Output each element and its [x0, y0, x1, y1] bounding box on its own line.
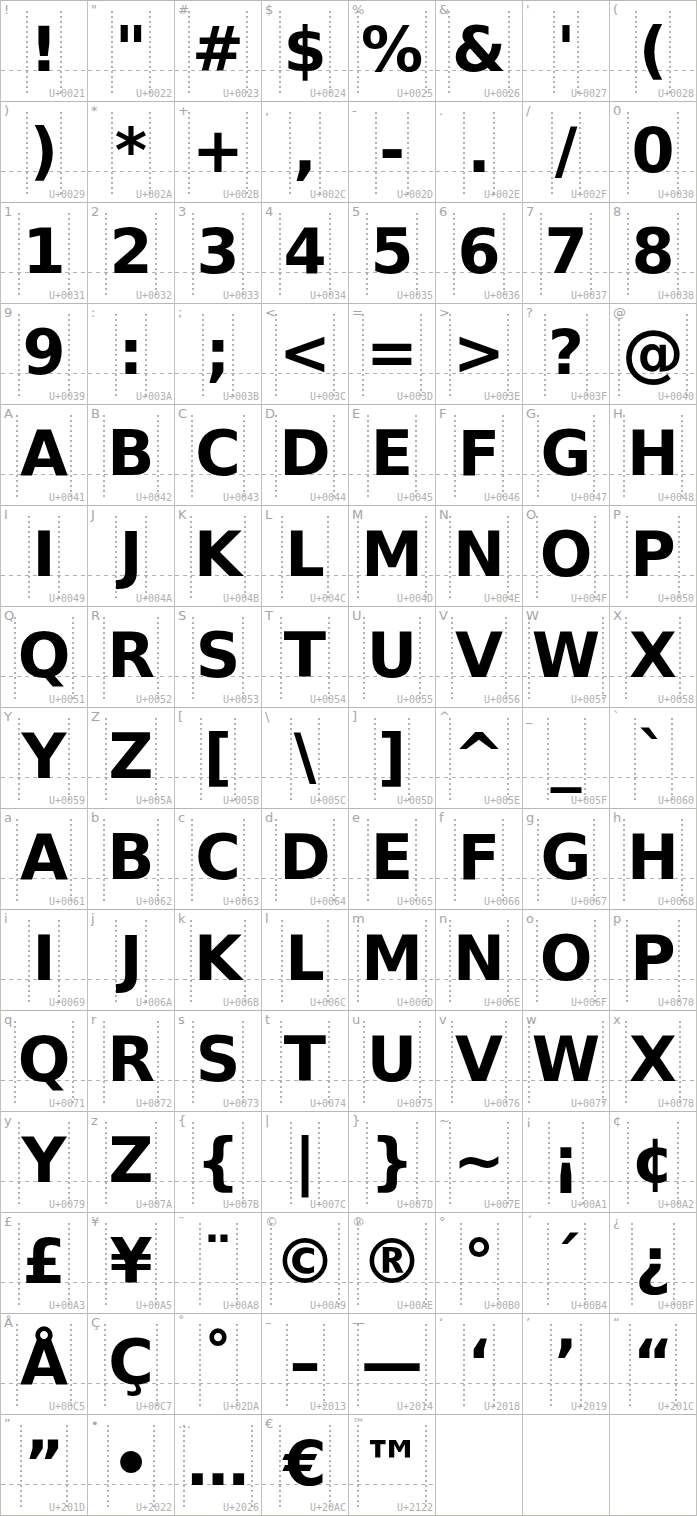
glyph-cell: Z Z U+005A — [88, 708, 175, 809]
glyph: - — [349, 102, 435, 199]
glyph-cell: B B U+0042 — [88, 405, 175, 506]
glyph: X — [610, 607, 696, 704]
glyph-cell: ( ( U+0028 — [610, 1, 697, 102]
glyph-cell: _ _ U+005F — [523, 708, 610, 809]
character-label: u — [352, 1012, 360, 1027]
glyph: ¨ — [175, 1213, 261, 1310]
glyph: ” — [1, 1415, 87, 1512]
character-label: v — [439, 1012, 447, 1027]
character-label: G — [526, 406, 536, 421]
character-label: 0 — [613, 103, 621, 118]
glyph: ¥ — [88, 1213, 174, 1310]
character-label: . — [439, 103, 443, 118]
character-label: ˚ — [178, 1315, 185, 1330]
glyph-cell: Å Å U+00C5 — [1, 1314, 88, 1415]
codepoint-label: U+0022 — [136, 88, 172, 100]
codepoint-label: U+0024 — [310, 88, 346, 100]
glyph: S — [175, 1011, 261, 1108]
codepoint-label: U+002D — [397, 189, 433, 201]
codepoint-label: U+007B — [223, 1199, 259, 1211]
glyph: N — [436, 506, 522, 603]
glyph: B — [88, 405, 174, 502]
glyph: 7 — [523, 203, 609, 300]
glyph-cell: ¿ ¿ U+00BF — [610, 1213, 697, 1314]
glyph-cell: b B U+0062 — [88, 809, 175, 910]
glyph-cell: F F U+0046 — [436, 405, 523, 506]
glyph-cell — [523, 1415, 610, 1516]
codepoint-label: U+201D — [49, 1502, 85, 1514]
glyph: ¿ — [610, 1213, 696, 1310]
glyph-cell: ‘ ‘ U+2018 — [436, 1314, 523, 1415]
codepoint-label: U+00B4 — [571, 1300, 607, 1312]
codepoint-label: U+007D — [397, 1199, 433, 1211]
character-label: { — [178, 1113, 186, 1128]
glyph-cell: ¥ ¥ U+00A5 — [88, 1213, 175, 1314]
glyph-cell: • • U+2022 — [88, 1415, 175, 1516]
glyph-cell: - - U+002D — [349, 102, 436, 203]
glyph-cell: % % U+0025 — [349, 1, 436, 102]
codepoint-label: U+0048 — [658, 492, 694, 504]
character-label: t — [265, 1012, 270, 1027]
codepoint-label: U+0030 — [658, 189, 694, 201]
glyph: Z — [88, 708, 174, 805]
character-label: j — [91, 911, 95, 926]
glyph: € — [262, 1415, 348, 1512]
glyph-cell: J J U+004A — [88, 506, 175, 607]
glyph: 8 — [610, 203, 696, 300]
glyph-cell: O O U+004F — [523, 506, 610, 607]
glyph: F — [436, 809, 522, 906]
character-label: P — [613, 507, 621, 522]
glyph: J — [88, 910, 174, 1007]
glyph-cell: ^ ^ U+005E — [436, 708, 523, 809]
glyph-cell: n N U+006E — [436, 910, 523, 1011]
codepoint-label: U+0056 — [484, 694, 520, 706]
character-label: m — [352, 911, 365, 926]
glyph: ´ — [523, 1213, 609, 1310]
character-label: ´ — [526, 1214, 533, 1229]
glyph: P — [610, 506, 696, 603]
glyph-cell — [610, 1415, 697, 1516]
codepoint-label: U+0035 — [397, 290, 433, 302]
character-label: s — [178, 1012, 185, 1027]
glyph-cell: ’ ’ U+2019 — [523, 1314, 610, 1415]
codepoint-label: U+0032 — [136, 290, 172, 302]
glyph: ! — [1, 1, 87, 98]
glyph: : — [88, 304, 174, 401]
codepoint-label: U+0073 — [223, 1098, 259, 1110]
character-label: 8 — [613, 204, 621, 219]
glyph-cell: ? ? U+003F — [523, 304, 610, 405]
codepoint-label: U+2022 — [136, 1502, 172, 1514]
codepoint-label: U+005B — [223, 795, 259, 807]
codepoint-label: U+0028 — [658, 88, 694, 100]
glyph: ¡ — [523, 1112, 609, 1209]
codepoint-label: U+0062 — [136, 896, 172, 908]
glyph-cell: ¢ ¢ U+00A2 — [610, 1112, 697, 1213]
codepoint-label: U+0075 — [397, 1098, 433, 1110]
glyph: A — [1, 809, 87, 906]
glyph: ] — [349, 708, 435, 805]
character-label: ’ — [526, 1315, 530, 1330]
character-label: Z — [91, 709, 100, 724]
glyph: ) — [1, 102, 87, 199]
character-label: — — [352, 1315, 365, 1330]
glyph-cell: P P U+0050 — [610, 506, 697, 607]
glyph-cell: 8 8 U+0038 — [610, 203, 697, 304]
character-label: © — [265, 1214, 278, 1229]
glyph-cell: t T U+0074 — [262, 1011, 349, 1112]
character-label: … — [178, 1416, 191, 1431]
character-label: n — [439, 911, 447, 926]
glyph: A — [1, 405, 87, 502]
glyph-cell: < < U+003C — [262, 304, 349, 405]
codepoint-label: U+2014 — [397, 1401, 433, 1413]
codepoint-label: U+0074 — [310, 1098, 346, 1110]
character-label: d — [265, 810, 273, 825]
glyph: S — [175, 607, 261, 704]
character-label: g — [526, 810, 534, 825]
glyph: P — [610, 910, 696, 1007]
glyph-cell: s S U+0073 — [175, 1011, 262, 1112]
glyph-cell: k K U+006B — [175, 910, 262, 1011]
codepoint-label: U+0064 — [310, 896, 346, 908]
codepoint-label: U+00A1 — [571, 1199, 607, 1211]
glyph-cell: ” ” U+201D — [1, 1415, 88, 1516]
glyph-cell: y Y U+0079 — [1, 1112, 88, 1213]
character-label: a — [4, 810, 12, 825]
character-label: T — [265, 608, 273, 623]
glyph-cell: & & U+0026 — [436, 1, 523, 102]
glyph: R — [88, 1011, 174, 1108]
glyph: R — [88, 607, 174, 704]
glyph-cell: L L U+004C — [262, 506, 349, 607]
codepoint-label: U+006F — [571, 997, 607, 1009]
codepoint-label: U+006A — [136, 997, 172, 1009]
codepoint-label: U+0066 — [484, 896, 520, 908]
glyph: 3 — [175, 203, 261, 300]
glyph-cell: h H U+0068 — [610, 809, 697, 910]
glyph-cell: Y Y U+0059 — [1, 708, 88, 809]
codepoint-label: U+0052 — [136, 694, 172, 706]
character-label: C — [178, 406, 187, 421]
glyph: E — [349, 809, 435, 906]
character-label: + — [178, 103, 189, 118]
glyph-cell: . . U+002E — [436, 102, 523, 203]
codepoint-label: U+0061 — [49, 896, 85, 908]
character-label: ¨ — [178, 1214, 185, 1229]
character-label: Y — [4, 709, 12, 724]
codepoint-label: U+004E — [484, 593, 520, 605]
glyph-cell: d D U+0064 — [262, 809, 349, 910]
codepoint-label: U+003B — [223, 391, 259, 403]
glyph: X — [610, 1011, 696, 1108]
codepoint-label: U+0060 — [658, 795, 694, 807]
glyph-cell: = = U+003D — [349, 304, 436, 405]
glyph-cell: x X U+0078 — [610, 1011, 697, 1112]
character-label: U — [352, 608, 362, 623]
glyph-cell: £ £ U+00A3 — [1, 1213, 88, 1314]
character-label: O — [526, 507, 536, 522]
codepoint-label: U+0072 — [136, 1098, 172, 1110]
codepoint-label: U+0053 — [223, 694, 259, 706]
glyph: \ — [262, 708, 348, 805]
glyph: 0 — [610, 102, 696, 199]
codepoint-label: U+0041 — [49, 492, 85, 504]
glyph-cell: X X U+0058 — [610, 607, 697, 708]
glyph-cell: 9 9 U+0039 — [1, 304, 88, 405]
glyph-cell: q Q U+0071 — [1, 1011, 88, 1112]
glyph-cell: — — U+2014 — [349, 1314, 436, 1415]
codepoint-label: U+006C — [310, 997, 346, 1009]
codepoint-label: U+00BF — [658, 1300, 694, 1312]
character-label: x — [613, 1012, 621, 1027]
codepoint-label: U+002A — [136, 189, 172, 201]
character-label: Ç — [91, 1315, 100, 1330]
codepoint-label: U+0050 — [658, 593, 694, 605]
glyph: H — [610, 809, 696, 906]
glyph: – — [262, 1314, 348, 1411]
character-label: \ — [265, 709, 269, 724]
glyph-cell: 4 4 U+0034 — [262, 203, 349, 304]
glyph-cell: 5 5 U+0035 — [349, 203, 436, 304]
character-label: W — [526, 608, 539, 623]
character-label: w — [526, 1012, 537, 1027]
codepoint-label: U+0039 — [49, 391, 85, 403]
character-label: l — [265, 911, 269, 926]
glyph-cell: f F U+0066 — [436, 809, 523, 910]
codepoint-label: U+004F — [571, 593, 607, 605]
character-label: V — [439, 608, 448, 623]
glyph: E — [349, 405, 435, 502]
glyph-cell: " " U+0022 — [88, 1, 175, 102]
character-label: $ — [265, 2, 273, 17]
glyph-cell: : : U+003A — [88, 304, 175, 405]
character-label: * — [91, 103, 98, 118]
glyph-cell: l L U+006C — [262, 910, 349, 1011]
character-label: i — [4, 911, 8, 926]
character-label: 2 — [91, 204, 99, 219]
character-label: ™ — [352, 1416, 365, 1431]
codepoint-label: U+0059 — [49, 795, 85, 807]
character-label: ‘ — [439, 1315, 443, 1330]
character-map-grid: ! ! U+0021 " " U+0022 # # U+0023 $ $ U+0… — [0, 0, 697, 1516]
character-label: _ — [526, 709, 533, 724]
character-label: ® — [352, 1214, 365, 1229]
glyph-cell: Ç Ç U+00C7 — [88, 1314, 175, 1415]
glyph-cell: ) ) U+0029 — [1, 102, 88, 203]
codepoint-label: U+00A3 — [49, 1300, 85, 1312]
glyph-cell: 3 3 U+0033 — [175, 203, 262, 304]
glyph: ( — [610, 1, 696, 98]
codepoint-label: U+0045 — [397, 492, 433, 504]
codepoint-label: U+0055 — [397, 694, 433, 706]
glyph: ’ — [523, 1314, 609, 1411]
glyph-cell: # # U+0023 — [175, 1, 262, 102]
codepoint-label: U+003C — [310, 391, 346, 403]
codepoint-label: U+0063 — [223, 896, 259, 908]
glyph: [ — [175, 708, 261, 805]
glyph: 9 — [1, 304, 87, 401]
character-label: ] — [352, 709, 357, 724]
character-label: ° — [439, 1214, 446, 1229]
glyph: • — [88, 1415, 174, 1512]
codepoint-label: U+0065 — [397, 896, 433, 908]
character-label: r — [91, 1012, 96, 1027]
glyph: K — [175, 506, 261, 603]
codepoint-label: U+003F — [571, 391, 607, 403]
glyph-cell: ° ° U+00B0 — [436, 1213, 523, 1314]
glyph: . — [436, 102, 522, 199]
character-label: @ — [613, 305, 626, 320]
glyph-cell: m M U+006D — [349, 910, 436, 1011]
codepoint-label: U+2122 — [397, 1502, 433, 1514]
character-label: z — [91, 1113, 98, 1128]
character-label: • — [91, 1416, 99, 1431]
glyph: " — [88, 1, 174, 98]
codepoint-label: U+02DA — [223, 1401, 259, 1413]
glyph: ` — [610, 708, 696, 805]
character-label: b — [91, 810, 99, 825]
character-label: c — [178, 810, 185, 825]
codepoint-label: U+002E — [484, 189, 520, 201]
glyph-cell: E E U+0045 — [349, 405, 436, 506]
codepoint-label: U+002B — [223, 189, 259, 201]
glyph: } — [349, 1112, 435, 1209]
glyph-cell: © © U+00A9 — [262, 1213, 349, 1314]
character-label: 5 — [352, 204, 360, 219]
glyph-cell: K K U+004B — [175, 506, 262, 607]
character-label: q — [4, 1012, 12, 1027]
glyph: Y — [1, 708, 87, 805]
glyph-cell — [436, 1415, 523, 1516]
character-label: J — [91, 507, 95, 522]
codepoint-label: U+0025 — [397, 88, 433, 100]
glyph-cell: M M U+004D — [349, 506, 436, 607]
codepoint-label: U+004D — [397, 593, 433, 605]
codepoint-label: U+004C — [310, 593, 346, 605]
glyph: Y — [1, 1112, 87, 1209]
character-label: ) — [4, 103, 9, 118]
codepoint-label: U+20AC — [310, 1502, 346, 1514]
character-label: M — [352, 507, 363, 522]
glyph-cell: p P U+0070 — [610, 910, 697, 1011]
character-label: ¿ — [613, 1214, 620, 1229]
glyph: £ — [1, 1213, 87, 1310]
glyph-cell: R R U+0052 — [88, 607, 175, 708]
glyph-cell: ® ® U+00AE — [349, 1213, 436, 1314]
glyph: 4 — [262, 203, 348, 300]
codepoint-label: U+005D — [397, 795, 433, 807]
glyph: B — [88, 809, 174, 906]
glyph-cell: | | U+007C — [262, 1112, 349, 1213]
character-label: £ — [4, 1214, 12, 1229]
glyph: | — [262, 1112, 348, 1209]
codepoint-label: U+201C — [658, 1401, 694, 1413]
glyph: H — [610, 405, 696, 502]
glyph-cell: 7 7 U+0037 — [523, 203, 610, 304]
glyph-cell: o O U+006F — [523, 910, 610, 1011]
glyph: 2 — [88, 203, 174, 300]
glyph-cell: 2 2 U+0032 — [88, 203, 175, 304]
glyph-cell: ! ! U+0021 — [1, 1, 88, 102]
codepoint-label: U+0044 — [310, 492, 346, 504]
glyph: Ç — [88, 1314, 174, 1411]
character-label: R — [91, 608, 100, 623]
glyph-cell: g G U+0067 — [523, 809, 610, 910]
codepoint-label: U+2019 — [571, 1401, 607, 1413]
glyph-cell: N N U+004E — [436, 506, 523, 607]
codepoint-label: U+0023 — [223, 88, 259, 100]
glyph: V — [436, 607, 522, 704]
codepoint-label: U+002F — [571, 189, 607, 201]
glyph: * — [88, 102, 174, 199]
character-label: A — [4, 406, 13, 421]
glyph: ' — [523, 1, 609, 98]
character-label: e — [352, 810, 360, 825]
codepoint-label: U+0038 — [658, 290, 694, 302]
character-label: Q — [4, 608, 14, 623]
glyph-cell: w W U+0077 — [523, 1011, 610, 1112]
glyph-cell: ' ' U+0027 — [523, 1, 610, 102]
glyph: U — [349, 1011, 435, 1108]
codepoint-label: U+0057 — [571, 694, 607, 706]
glyph-cell: € € U+20AC — [262, 1415, 349, 1516]
glyph-cell: D D U+0044 — [262, 405, 349, 506]
codepoint-label: U+004A — [136, 593, 172, 605]
glyph-cell: I I U+0049 — [1, 506, 88, 607]
glyph-cell: r R U+0072 — [88, 1011, 175, 1112]
glyph-cell: ™ ™ U+2122 — [349, 1415, 436, 1516]
glyph-cell: S S U+0053 — [175, 607, 262, 708]
glyph-cell: ´ ´ U+00B4 — [523, 1213, 610, 1314]
character-label: > — [439, 305, 450, 320]
character-label: H — [613, 406, 623, 421]
glyph: T — [262, 607, 348, 704]
codepoint-label: U+006B — [223, 997, 259, 1009]
codepoint-label: U+2018 — [484, 1401, 520, 1413]
glyph-cell: 6 6 U+0036 — [436, 203, 523, 304]
glyph: L — [262, 506, 348, 603]
glyph: ? — [523, 304, 609, 401]
character-label: X — [613, 608, 622, 623]
codepoint-label: U+0069 — [49, 997, 85, 1009]
codepoint-label: U+004B — [223, 593, 259, 605]
codepoint-label: U+006D — [397, 997, 433, 1009]
glyph: ˚ — [175, 1314, 261, 1411]
character-label: ” — [4, 1416, 11, 1431]
glyph: O — [523, 910, 609, 1007]
glyph-cell: “ “ U+201C — [610, 1314, 697, 1415]
character-label: 9 — [4, 305, 12, 320]
codepoint-label: U+005F — [571, 795, 607, 807]
character-label: 7 — [526, 204, 534, 219]
glyph: “ — [610, 1314, 696, 1411]
codepoint-label: U+003A — [136, 391, 172, 403]
character-label: ? — [526, 305, 533, 320]
character-label: & — [439, 2, 449, 17]
character-label: / — [526, 103, 530, 118]
glyph-cell: ` ` U+0060 — [610, 708, 697, 809]
glyph-cell: v V U+0076 — [436, 1011, 523, 1112]
codepoint-label: U+0046 — [484, 492, 520, 504]
codepoint-label: U+2013 — [310, 1401, 346, 1413]
codepoint-label: U+00A9 — [310, 1300, 346, 1312]
character-label: < — [265, 305, 276, 320]
codepoint-label: U+005A — [136, 795, 172, 807]
glyph-cell: ¡ ¡ U+00A1 — [523, 1112, 610, 1213]
glyph-cell: ] ] U+005D — [349, 708, 436, 809]
